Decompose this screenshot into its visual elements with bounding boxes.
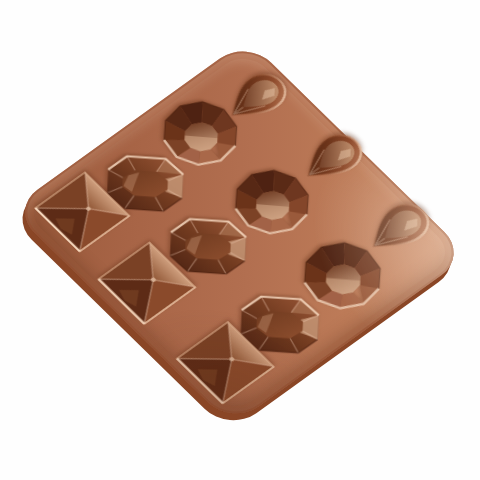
chocolate-mold xyxy=(10,39,468,426)
photo-background: Overhead photo of a square brown silicon… xyxy=(0,0,480,480)
cavity-grid xyxy=(247,39,469,256)
